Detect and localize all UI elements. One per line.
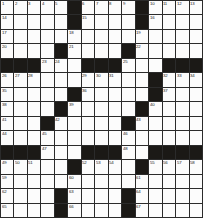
grid-cell[interactable]: 9 (122, 1, 134, 14)
grid-cell[interactable] (163, 102, 175, 115)
grid-cell[interactable]: 4 (41, 1, 53, 14)
clue-number: 49 (2, 160, 6, 164)
clue-number: 17 (2, 30, 6, 34)
grid-cell[interactable] (14, 30, 26, 43)
black-cell (122, 204, 134, 217)
grid-cell[interactable]: 21 (68, 44, 80, 57)
grid-cell[interactable] (109, 204, 121, 217)
clue-number: 61 (136, 175, 140, 179)
grid-cell[interactable]: 24 (55, 59, 67, 72)
grid-cell[interactable] (55, 146, 67, 159)
grid-cell[interactable]: 47 (41, 146, 53, 159)
clue-number: 9 (123, 1, 125, 5)
grid-cell[interactable] (28, 44, 40, 57)
clue-number: 2 (15, 1, 17, 5)
clue-number: 32 (163, 73, 167, 77)
grid-cell[interactable] (68, 59, 80, 72)
grid-cell[interactable] (163, 15, 175, 28)
grid-cell[interactable] (176, 30, 188, 43)
grid-cell[interactable]: 59 (1, 175, 13, 188)
grid-cell[interactable] (14, 131, 26, 144)
grid-cell[interactable] (41, 102, 53, 115)
grid-cell[interactable]: 31 (109, 73, 121, 86)
grid-cell[interactable] (55, 160, 67, 173)
clue-number: 19 (136, 30, 140, 34)
grid-cell[interactable] (68, 131, 80, 144)
grid-cell[interactable] (82, 117, 94, 130)
black-cell (136, 102, 148, 115)
grid-cell[interactable]: 13 (190, 1, 202, 14)
grid-cell[interactable] (149, 59, 161, 72)
grid-cell[interactable] (68, 117, 80, 130)
black-cell (82, 146, 94, 159)
grid-cell[interactable]: 2 (14, 1, 26, 14)
black-cell (95, 59, 107, 72)
clue-number: 64 (136, 189, 140, 193)
grid-cell[interactable] (149, 189, 161, 202)
grid-cell[interactable] (14, 175, 26, 188)
grid-cell[interactable]: 42 (55, 117, 67, 130)
clue-number: 16 (150, 15, 154, 19)
grid-cell[interactable] (136, 146, 148, 159)
grid-cell[interactable] (95, 30, 107, 43)
black-cell (122, 44, 134, 57)
grid-cell[interactable] (82, 204, 94, 217)
grid-cell[interactable]: 57 (176, 160, 188, 173)
clue-number: 35 (2, 88, 6, 92)
grid-cell[interactable] (14, 204, 26, 217)
clue-number: 5 (55, 1, 57, 5)
black-cell (28, 59, 40, 72)
grid-cell[interactable] (176, 131, 188, 144)
grid-cell[interactable] (28, 204, 40, 217)
grid-cell[interactable]: 67 (136, 204, 148, 217)
clue-number: 8 (109, 1, 111, 5)
grid-cell[interactable] (122, 102, 134, 115)
grid-cell[interactable] (41, 204, 53, 217)
black-cell (82, 59, 94, 72)
clue-number: 18 (69, 30, 73, 34)
grid-cell[interactable]: 18 (68, 30, 80, 43)
grid-cell[interactable]: 46 (122, 131, 134, 144)
black-cell (122, 189, 134, 202)
grid-cell[interactable] (55, 15, 67, 28)
grid-cell[interactable] (82, 131, 94, 144)
grid-cell[interactable]: 48 (122, 146, 134, 159)
black-cell (149, 88, 161, 101)
clue-number: 4 (42, 1, 44, 5)
grid-cell[interactable]: 6 (82, 1, 94, 14)
grid-cell[interactable]: 30 (95, 73, 107, 86)
clue-number: 37 (163, 88, 167, 92)
black-cell (55, 102, 67, 115)
grid-cell[interactable] (176, 204, 188, 217)
grid-cell[interactable] (190, 30, 202, 43)
grid-cell[interactable] (136, 59, 148, 72)
clue-number: 54 (109, 160, 113, 164)
grid-cell[interactable] (41, 175, 53, 188)
clue-number: 66 (69, 204, 73, 208)
grid-cell[interactable]: 1 (1, 1, 13, 14)
grid-cell[interactable] (190, 102, 202, 115)
grid-cell[interactable] (95, 15, 107, 28)
grid-cell[interactable] (122, 175, 134, 188)
grid-cell[interactable]: 60 (68, 175, 80, 188)
grid-cell[interactable]: 25 (122, 59, 134, 72)
clue-number: 22 (136, 44, 140, 48)
grid-cell[interactable] (190, 44, 202, 57)
grid-cell[interactable] (149, 30, 161, 43)
black-cell (1, 146, 13, 159)
grid-cell[interactable] (14, 15, 26, 28)
grid-cell[interactable]: 15 (82, 15, 94, 28)
grid-cell[interactable]: 32 (163, 73, 175, 86)
clue-number: 42 (55, 117, 59, 121)
grid-cell[interactable] (28, 131, 40, 144)
clue-number: 30 (96, 73, 100, 77)
grid-cell[interactable] (95, 189, 107, 202)
clue-number: 50 (15, 160, 19, 164)
clue-number: 20 (2, 44, 6, 48)
clue-number: 24 (55, 59, 59, 63)
grid-cell[interactable] (190, 88, 202, 101)
grid-cell[interactable]: 53 (95, 160, 107, 173)
grid-cell[interactable]: 38 (1, 102, 13, 115)
black-cell (163, 59, 175, 72)
grid-cell[interactable]: 49 (1, 160, 13, 173)
grid-cell[interactable] (95, 204, 107, 217)
grid-cell[interactable]: 58 (190, 160, 202, 173)
clue-number: 12 (177, 1, 181, 5)
clue-number: 48 (123, 146, 127, 150)
grid-cell[interactable] (122, 30, 134, 43)
grid-cell[interactable] (163, 131, 175, 144)
grid-cell[interactable]: 35 (1, 88, 13, 101)
black-cell (14, 59, 26, 72)
clue-number: 59 (2, 175, 6, 179)
grid-cell[interactable] (14, 44, 26, 57)
grid-cell[interactable] (122, 160, 134, 173)
grid-cell[interactable]: 14 (1, 15, 13, 28)
grid-cell[interactable] (68, 146, 80, 159)
grid-cell[interactable] (14, 117, 26, 130)
grid-cell[interactable] (68, 73, 80, 86)
grid-cell[interactable]: 54 (109, 160, 121, 173)
black-cell (109, 59, 121, 72)
grid-cell[interactable] (136, 88, 148, 101)
grid-cell[interactable] (176, 189, 188, 202)
black-cell (41, 117, 53, 130)
grid-cell[interactable] (149, 204, 161, 217)
grid-cell[interactable]: 56 (163, 160, 175, 173)
grid-cell[interactable] (109, 189, 121, 202)
grid-cell[interactable]: 66 (68, 204, 80, 217)
grid-cell[interactable] (14, 102, 26, 115)
grid-cell[interactable] (176, 44, 188, 57)
grid-cell[interactable] (190, 189, 202, 202)
grid-cell[interactable] (55, 131, 67, 144)
grid-cell[interactable] (14, 88, 26, 101)
clue-number: 23 (42, 59, 46, 63)
grid-cell[interactable] (95, 44, 107, 57)
clue-number: 53 (96, 160, 100, 164)
grid-cell[interactable] (82, 102, 94, 115)
grid-cell[interactable] (95, 102, 107, 115)
grid-cell[interactable]: 5 (55, 1, 67, 14)
clue-number: 43 (136, 117, 140, 121)
clue-number: 11 (163, 1, 167, 5)
clue-number: 52 (82, 160, 86, 164)
grid-cell[interactable]: 12 (176, 1, 188, 14)
grid-cell[interactable]: 41 (1, 117, 13, 130)
black-cell (55, 44, 67, 57)
grid-cell[interactable] (28, 30, 40, 43)
grid-cell[interactable] (109, 117, 121, 130)
grid-cell[interactable]: 22 (136, 44, 148, 57)
grid-cell[interactable] (176, 102, 188, 115)
grid-cell[interactable] (122, 73, 134, 86)
grid-cell[interactable] (82, 189, 94, 202)
grid-cell[interactable] (176, 175, 188, 188)
grid-cell[interactable]: 11 (163, 1, 175, 14)
black-cell (122, 117, 134, 130)
grid-cell[interactable] (41, 73, 53, 86)
clue-number: 67 (136, 204, 140, 208)
clue-number: 14 (2, 15, 6, 19)
clue-number: 60 (69, 175, 73, 179)
grid-cell[interactable] (109, 175, 121, 188)
clue-number: 7 (96, 1, 98, 5)
grid-cell[interactable] (176, 88, 188, 101)
grid-cell[interactable] (163, 189, 175, 202)
clue-number: 41 (2, 117, 6, 121)
grid-cell[interactable] (28, 15, 40, 28)
grid-cell[interactable]: 28 (28, 73, 40, 86)
grid-cell[interactable] (28, 175, 40, 188)
clue-number: 29 (82, 73, 86, 77)
grid-cell[interactable]: 63 (68, 189, 80, 202)
black-cell (68, 1, 80, 14)
grid-cell[interactable] (190, 175, 202, 188)
grid-cell[interactable] (122, 15, 134, 28)
grid-cell[interactable]: 52 (82, 160, 94, 173)
clue-number: 6 (82, 1, 84, 5)
grid-cell[interactable] (136, 131, 148, 144)
grid-cell[interactable]: 43 (136, 117, 148, 130)
clue-number: 57 (177, 160, 181, 164)
clue-number: 38 (2, 102, 6, 106)
grid-cell[interactable]: 19 (136, 30, 148, 43)
black-cell (136, 1, 148, 14)
grid-cell[interactable]: 26 (1, 73, 13, 86)
grid-cell[interactable] (55, 175, 67, 188)
grid-cell[interactable]: 50 (14, 160, 26, 173)
grid-cell[interactable] (149, 44, 161, 57)
grid-cell[interactable]: 39 (68, 102, 80, 115)
clue-number: 46 (123, 131, 127, 135)
black-cell (190, 146, 202, 159)
clue-number: 39 (69, 102, 73, 106)
grid-cell[interactable] (190, 204, 202, 217)
black-cell (149, 146, 161, 159)
grid-cell[interactable] (41, 88, 53, 101)
black-cell (1, 59, 13, 72)
grid-cell[interactable] (28, 117, 40, 130)
grid-cell[interactable]: 20 (1, 44, 13, 57)
grid-cell[interactable] (176, 15, 188, 28)
black-cell (136, 160, 148, 173)
black-cell (149, 73, 161, 86)
grid-cell[interactable]: 7 (95, 1, 107, 14)
grid-cell[interactable] (163, 30, 175, 43)
grid-cell[interactable]: 34 (190, 73, 202, 86)
grid-cell[interactable]: 62 (1, 189, 13, 202)
clue-number: 25 (123, 59, 127, 63)
clue-number: 21 (69, 44, 73, 48)
black-cell (136, 15, 148, 28)
black-cell (68, 160, 80, 173)
grid-cell[interactable] (176, 117, 188, 130)
grid-cell[interactable] (109, 15, 121, 28)
grid-cell[interactable] (136, 73, 148, 86)
black-cell (68, 88, 80, 101)
clue-number: 10 (150, 1, 154, 5)
grid-cell[interactable] (190, 131, 202, 144)
clue-number: 47 (42, 146, 46, 150)
clue-number: 26 (2, 73, 6, 77)
grid-cell[interactable] (109, 30, 121, 43)
crossword-grid: 1234567891011121314151617181920212223242… (0, 0, 203, 218)
grid-cell[interactable] (122, 88, 134, 101)
clue-number: 15 (82, 15, 86, 19)
grid-cell[interactable]: 10 (149, 1, 161, 14)
grid-cell[interactable]: 33 (176, 73, 188, 86)
clue-number: 31 (109, 73, 113, 77)
black-cell (14, 146, 26, 159)
grid-cell[interactable] (95, 131, 107, 144)
clue-number: 34 (190, 73, 194, 77)
grid-cell[interactable]: 40 (149, 102, 161, 115)
grid-cell[interactable]: 8 (109, 1, 121, 14)
grid-cell[interactable] (163, 117, 175, 130)
clue-number: 55 (150, 160, 154, 164)
grid-cell[interactable] (190, 15, 202, 28)
grid-cell[interactable] (149, 131, 161, 144)
grid-cell[interactable] (109, 88, 121, 101)
clue-number: 63 (69, 189, 73, 193)
grid-cell[interactable]: 27 (14, 73, 26, 86)
clue-number: 62 (2, 189, 6, 193)
grid-cell[interactable]: 3 (28, 1, 40, 14)
grid-cell[interactable] (28, 102, 40, 115)
grid-cell[interactable] (55, 88, 67, 101)
grid-cell[interactable]: 36 (82, 88, 94, 101)
black-cell (190, 59, 202, 72)
grid-cell[interactable]: 17 (1, 30, 13, 43)
clue-number: 40 (150, 102, 154, 106)
clue-number: 33 (177, 73, 181, 77)
black-cell (68, 15, 80, 28)
grid-cell[interactable] (41, 30, 53, 43)
grid-cell[interactable] (95, 175, 107, 188)
grid-cell[interactable] (41, 15, 53, 28)
grid-cell[interactable]: 65 (1, 204, 13, 217)
black-cell (163, 146, 175, 159)
grid-cell[interactable] (41, 44, 53, 57)
grid-cell[interactable]: 16 (149, 15, 161, 28)
grid-cell[interactable]: 37 (163, 88, 175, 101)
black-cell (176, 59, 188, 72)
grid-cell[interactable]: 23 (41, 59, 53, 72)
grid-cell[interactable] (41, 160, 53, 173)
clue-number: 1 (2, 1, 4, 5)
grid-cell[interactable] (109, 131, 121, 144)
grid-cell[interactable] (28, 189, 40, 202)
grid-cell[interactable] (55, 73, 67, 86)
black-cell (95, 146, 107, 159)
grid-cell[interactable]: 55 (149, 160, 161, 173)
grid-cell[interactable] (82, 30, 94, 43)
black-cell (176, 146, 188, 159)
clue-number: 3 (28, 1, 30, 5)
grid-cell[interactable]: 51 (28, 160, 40, 173)
grid-cell[interactable] (41, 189, 53, 202)
clue-number: 45 (42, 131, 46, 135)
grid-cell[interactable]: 45 (41, 131, 53, 144)
clue-number: 27 (15, 73, 19, 77)
grid-cell[interactable] (109, 44, 121, 57)
black-cell (55, 204, 67, 217)
grid-cell[interactable] (82, 175, 94, 188)
grid-cell[interactable]: 29 (82, 73, 94, 86)
grid-cell[interactable] (82, 44, 94, 57)
grid-cell[interactable] (28, 88, 40, 101)
grid-cell[interactable] (163, 175, 175, 188)
grid-cell[interactable]: 44 (1, 131, 13, 144)
black-cell (28, 146, 40, 159)
grid-cell[interactable] (95, 117, 107, 130)
grid-cell[interactable] (55, 30, 67, 43)
grid-cell[interactable] (149, 175, 161, 188)
clue-number: 58 (190, 160, 194, 164)
grid-cell[interactable] (163, 44, 175, 57)
clue-number: 65 (2, 204, 6, 208)
clue-number: 51 (28, 160, 32, 164)
grid-cell[interactable]: 64 (136, 189, 148, 202)
grid-cell[interactable]: 61 (136, 175, 148, 188)
grid-cell[interactable] (95, 88, 107, 101)
clue-number: 56 (163, 160, 167, 164)
grid-cell[interactable] (149, 117, 161, 130)
clue-number: 44 (2, 131, 6, 135)
black-cell (109, 146, 121, 159)
grid-cell[interactable] (14, 189, 26, 202)
clue-number: 28 (28, 73, 32, 77)
grid-cell[interactable] (109, 102, 121, 115)
clue-number: 13 (190, 1, 194, 5)
grid-cell[interactable] (163, 204, 175, 217)
clue-number: 36 (82, 88, 86, 92)
black-cell (55, 189, 67, 202)
grid-cell[interactable] (190, 117, 202, 130)
